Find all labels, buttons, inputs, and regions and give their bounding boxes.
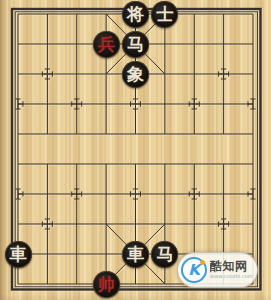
piece-black-general[interactable]: 将 <box>122 1 149 28</box>
piece-black-chariot-2[interactable]: 車 <box>122 241 149 268</box>
piece-black-advisor[interactable]: 士 <box>151 1 178 28</box>
site-url: www.coozhi.com <box>210 273 253 280</box>
piece-glyph: 象 <box>127 66 144 83</box>
site-name: 酷知网 <box>210 260 248 273</box>
piece-glyph: 兵 <box>98 36 115 53</box>
site-watermark: K 酷知网 www.coozhi.com <box>177 252 258 288</box>
xiangqi-board: 将士兵马象車車马帅 K 酷知网 www.coozhi.com <box>0 0 271 300</box>
piece-black-horse-1[interactable]: 马 <box>122 31 149 58</box>
piece-glyph: 将 <box>127 6 144 23</box>
piece-black-horse-2[interactable]: 马 <box>151 241 178 268</box>
piece-glyph: 士 <box>156 6 173 23</box>
piece-red-soldier[interactable]: 兵 <box>93 31 120 58</box>
watermark-logo-icon: K <box>181 257 207 283</box>
logo-letter: K <box>188 263 200 278</box>
piece-red-general[interactable]: 帅 <box>93 271 120 298</box>
piece-glyph: 马 <box>127 36 144 53</box>
piece-black-chariot-1[interactable]: 車 <box>5 241 32 268</box>
piece-black-elephant[interactable]: 象 <box>122 61 149 88</box>
logo-accent-dot <box>200 260 205 265</box>
piece-glyph: 马 <box>156 246 173 263</box>
piece-glyph: 帅 <box>98 276 115 293</box>
watermark-text: 酷知网 www.coozhi.com <box>210 260 257 281</box>
piece-glyph: 車 <box>10 246 27 263</box>
piece-glyph: 車 <box>127 246 144 263</box>
